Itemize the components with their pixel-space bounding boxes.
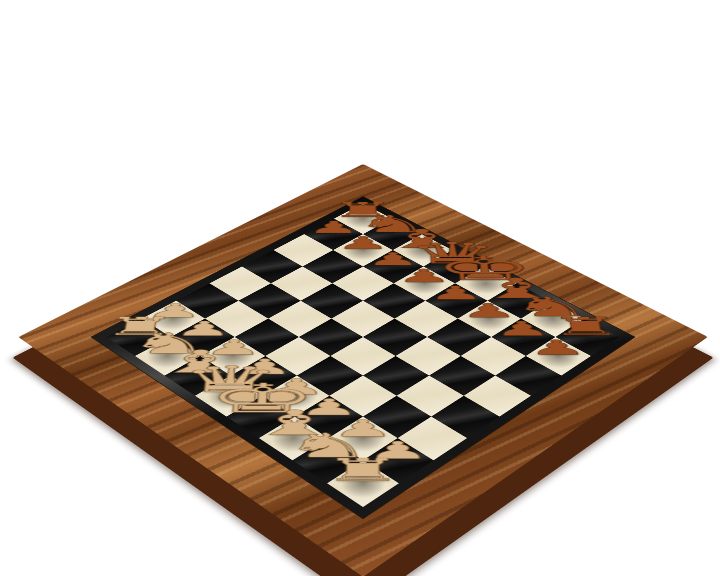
square-g1[interactable] [292, 438, 363, 483]
square-g3[interactable] [363, 396, 431, 438]
square-f1[interactable] [259, 417, 328, 461]
square-h2[interactable] [363, 438, 434, 483]
square-g5[interactable] [429, 356, 495, 396]
square-f5[interactable] [396, 337, 461, 376]
photo-background: ♜♞♝♛♚♝♞♜♟♟♟♟♟♟♟♟♟♟♟♟♟♟♟♟♜♞♝♛♚♝♞♜ [0, 0, 720, 576]
square-e1[interactable] [226, 396, 294, 438]
square-f3[interactable] [329, 376, 396, 417]
square-e4[interactable] [330, 337, 395, 376]
square-f4[interactable] [363, 356, 429, 396]
square-h4[interactable] [431, 396, 499, 438]
square-h3[interactable] [398, 417, 467, 461]
square-h6[interactable] [495, 356, 561, 396]
square-g2[interactable] [328, 417, 397, 461]
square-h5[interactable] [464, 376, 531, 417]
square-g4[interactable] [397, 376, 464, 417]
chess-board: ♜♞♝♛♚♝♞♜♟♟♟♟♟♟♟♟♟♟♟♟♟♟♟♟♜♞♝♛♚♝♞♜ [18, 164, 708, 576]
square-h1[interactable] [327, 460, 399, 507]
square-f2[interactable] [295, 396, 363, 438]
